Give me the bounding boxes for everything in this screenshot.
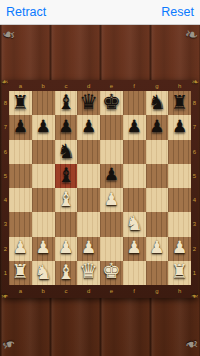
file-label-e: e xyxy=(100,288,123,294)
corner-flourish-icon: ❧ xyxy=(183,26,199,44)
file-labels-bottom: abcdefgh xyxy=(9,287,191,295)
black-pawn: ♟ xyxy=(81,118,96,135)
square-f5[interactable] xyxy=(123,164,146,188)
square-c3[interactable] xyxy=(55,212,78,236)
black-rook: ♜ xyxy=(171,93,188,112)
file-label-h: h xyxy=(168,83,191,89)
square-h5[interactable] xyxy=(168,164,191,188)
square-b5[interactable] xyxy=(32,164,55,188)
white-pawn: ♟ xyxy=(149,239,164,256)
square-h2[interactable]: ♟ xyxy=(168,237,191,261)
black-pawn: ♟ xyxy=(13,118,28,135)
corner-flourish-icon: ❧ xyxy=(0,26,16,44)
square-h7[interactable]: ♟ xyxy=(168,115,191,139)
square-e2[interactable] xyxy=(100,237,123,261)
square-g7[interactable]: ♟ xyxy=(146,115,169,139)
file-label-d: d xyxy=(77,288,100,294)
square-h8[interactable]: ♜ xyxy=(168,91,191,115)
square-d7[interactable]: ♟ xyxy=(77,115,100,139)
square-e4[interactable]: ♟ xyxy=(100,188,123,212)
square-b4[interactable] xyxy=(32,188,55,212)
white-bishop: ♝ xyxy=(57,262,75,282)
black-pawn: ♟ xyxy=(36,118,51,135)
white-rook: ♜ xyxy=(171,262,188,281)
black-pawn: ♟ xyxy=(58,118,73,135)
white-bishop: ♝ xyxy=(57,189,75,209)
black-pawn: ♟ xyxy=(104,166,119,183)
square-h6[interactable] xyxy=(168,140,191,164)
square-a4[interactable] xyxy=(9,188,32,212)
square-e1[interactable]: ♚ xyxy=(100,261,123,285)
retract-button[interactable]: Retract xyxy=(6,5,46,19)
rank-label-8: 8 xyxy=(191,100,198,106)
square-g8[interactable]: ♞ xyxy=(146,91,169,115)
file-label-b: b xyxy=(32,288,55,294)
square-b6[interactable] xyxy=(32,140,55,164)
rank-label-8: 8 xyxy=(2,100,9,106)
square-a3[interactable] xyxy=(9,212,32,236)
rank-label-1: 1 xyxy=(191,270,198,276)
square-b1[interactable]: ♞ xyxy=(32,261,55,285)
square-c8[interactable]: ♝ xyxy=(55,91,78,115)
square-h3[interactable] xyxy=(168,212,191,236)
file-label-a: a xyxy=(9,288,32,294)
square-e8[interactable]: ♚ xyxy=(100,91,123,115)
square-g6[interactable] xyxy=(146,140,169,164)
file-label-d: d xyxy=(77,83,100,89)
square-a1[interactable]: ♜ xyxy=(9,261,32,285)
square-f3[interactable]: ♞ xyxy=(123,212,146,236)
black-knight: ♞ xyxy=(148,92,166,112)
square-d3[interactable] xyxy=(77,212,100,236)
black-rook: ♜ xyxy=(12,93,29,112)
rank-label-1: 1 xyxy=(2,270,9,276)
rank-labels-right: 87654321 xyxy=(191,91,198,285)
square-a6[interactable] xyxy=(9,140,32,164)
square-d5[interactable] xyxy=(77,164,100,188)
square-d4[interactable] xyxy=(77,188,100,212)
square-h1[interactable]: ♜ xyxy=(168,261,191,285)
rank-label-5: 5 xyxy=(191,173,198,179)
square-d6[interactable] xyxy=(77,140,100,164)
white-pawn: ♟ xyxy=(13,239,28,256)
square-c4[interactable]: ♝ xyxy=(55,188,78,212)
rank-label-7: 7 xyxy=(191,124,198,130)
rank-label-4: 4 xyxy=(2,197,9,203)
app-screen: Retract Reset ❧ ❧ ❧ ❧ ❧ ❧ ❧ ❧ abcdefgh a… xyxy=(0,0,200,356)
white-king: ♚ xyxy=(102,261,121,282)
black-queen: ♛ xyxy=(79,92,98,113)
square-b8[interactable] xyxy=(32,91,55,115)
square-g4[interactable] xyxy=(146,188,169,212)
file-label-b: b xyxy=(32,83,55,89)
square-a7[interactable]: ♟ xyxy=(9,115,32,139)
frame-ornament-icon: ❧ xyxy=(191,78,199,87)
file-label-a: a xyxy=(9,83,32,89)
white-pawn: ♟ xyxy=(172,239,187,256)
square-c5[interactable]: ♝ xyxy=(55,164,78,188)
square-g2[interactable]: ♟ xyxy=(146,237,169,261)
rank-label-3: 3 xyxy=(191,221,198,227)
square-e5[interactable]: ♟ xyxy=(100,164,123,188)
corner-flourish-icon: ❧ xyxy=(183,335,199,353)
square-a5[interactable] xyxy=(9,164,32,188)
white-queen: ♛ xyxy=(79,261,98,282)
rank-label-4: 4 xyxy=(191,197,198,203)
black-bishop: ♝ xyxy=(57,165,75,185)
black-pawn: ♟ xyxy=(172,118,187,135)
file-labels-top: abcdefgh xyxy=(9,82,191,90)
square-a2[interactable]: ♟ xyxy=(9,237,32,261)
square-c7[interactable]: ♟ xyxy=(55,115,78,139)
frame-ornament-icon: ❧ xyxy=(1,291,9,300)
board-squares: ♜♝♛♚♞♜♟♟♟♟♟♟♟♞♝♟♝♟♞♟♟♟♟♟♟♟♜♞♝♛♚♜ xyxy=(9,91,191,285)
black-pawn: ♟ xyxy=(127,118,142,135)
file-label-h: h xyxy=(168,288,191,294)
square-f6[interactable] xyxy=(123,140,146,164)
rank-label-2: 2 xyxy=(191,246,198,252)
square-e6[interactable] xyxy=(100,140,123,164)
rank-label-5: 5 xyxy=(2,173,9,179)
rank-labels-left: 87654321 xyxy=(2,91,9,285)
square-b2[interactable]: ♟ xyxy=(32,237,55,261)
white-pawn: ♟ xyxy=(58,239,73,256)
square-g5[interactable] xyxy=(146,164,169,188)
square-b3[interactable] xyxy=(32,212,55,236)
file-label-f: f xyxy=(123,288,146,294)
white-pawn: ♟ xyxy=(81,239,96,256)
file-label-g: g xyxy=(146,288,169,294)
chess-board: ❧ ❧ ❧ ❧ abcdefgh abcdefgh 87654321 87654… xyxy=(2,80,198,298)
reset-button[interactable]: Reset xyxy=(161,5,194,19)
white-knight: ♞ xyxy=(125,213,143,233)
file-label-e: e xyxy=(100,83,123,89)
square-f2[interactable]: ♟ xyxy=(123,237,146,261)
white-pawn: ♟ xyxy=(36,239,51,256)
navigation-bar: Retract Reset xyxy=(0,0,200,25)
rank-label-3: 3 xyxy=(2,221,9,227)
square-c1[interactable]: ♝ xyxy=(55,261,78,285)
white-rook: ♜ xyxy=(12,262,29,281)
square-c2[interactable]: ♟ xyxy=(55,237,78,261)
white-pawn: ♟ xyxy=(127,239,142,256)
black-king: ♚ xyxy=(102,92,121,113)
rank-label-2: 2 xyxy=(2,246,9,252)
black-pawn: ♟ xyxy=(149,118,164,135)
rank-label-6: 6 xyxy=(191,149,198,155)
square-e3[interactable] xyxy=(100,212,123,236)
file-label-f: f xyxy=(123,83,146,89)
file-label-g: g xyxy=(146,83,169,89)
square-g3[interactable] xyxy=(146,212,169,236)
rank-label-6: 6 xyxy=(2,149,9,155)
corner-flourish-icon: ❧ xyxy=(0,335,16,353)
file-label-c: c xyxy=(55,83,78,89)
square-f1[interactable] xyxy=(123,261,146,285)
white-pawn: ♟ xyxy=(104,191,119,208)
square-h4[interactable] xyxy=(168,188,191,212)
square-b7[interactable]: ♟ xyxy=(32,115,55,139)
square-a8[interactable]: ♜ xyxy=(9,91,32,115)
square-d2[interactable]: ♟ xyxy=(77,237,100,261)
frame-ornament-icon: ❧ xyxy=(191,291,199,300)
frame-ornament-icon: ❧ xyxy=(1,78,9,87)
square-f8[interactable] xyxy=(123,91,146,115)
rank-label-7: 7 xyxy=(2,124,9,130)
black-knight: ♞ xyxy=(57,141,75,161)
black-bishop: ♝ xyxy=(57,92,75,112)
file-label-c: c xyxy=(55,288,78,294)
square-f7[interactable]: ♟ xyxy=(123,115,146,139)
square-f4[interactable] xyxy=(123,188,146,212)
square-g1[interactable] xyxy=(146,261,169,285)
white-knight: ♞ xyxy=(34,262,52,282)
square-e7[interactable] xyxy=(100,115,123,139)
square-d1[interactable]: ♛ xyxy=(77,261,100,285)
square-c6[interactable]: ♞ xyxy=(55,140,78,164)
square-d8[interactable]: ♛ xyxy=(77,91,100,115)
